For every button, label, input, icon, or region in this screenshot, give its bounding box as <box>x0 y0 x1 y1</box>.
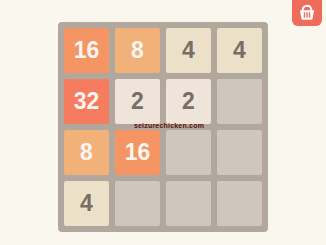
tile-16-r1c1: 16 <box>64 28 109 73</box>
empty-cell-r4c3 <box>166 181 211 226</box>
tile-16-r3c2: 16 <box>115 130 160 175</box>
tile-4-r1c3: 4 <box>166 28 211 73</box>
tile-4-r1c4: 4 <box>217 28 262 73</box>
tile-4-r4c1: 4 <box>64 181 109 226</box>
tile-2-r2c2: 2 <box>115 79 160 124</box>
tile-2-r2c3: 2 <box>166 79 211 124</box>
tile-32-r2c1: 32 <box>64 79 109 124</box>
empty-cell-r3c4 <box>217 130 262 175</box>
empty-cell-r3c3 <box>166 130 211 175</box>
empty-cell-r4c4 <box>217 181 262 226</box>
empty-cell-r4c2 <box>115 181 160 226</box>
shopping-basket-icon <box>297 3 317 23</box>
empty-cell-r2c4 <box>217 79 262 124</box>
shopping-basket-button[interactable] <box>292 0 322 26</box>
tile-8-r1c2: 8 <box>115 28 160 73</box>
board-2048[interactable]: 1684432228164 <box>58 22 268 232</box>
tile-8-r3c1: 8 <box>64 130 109 175</box>
